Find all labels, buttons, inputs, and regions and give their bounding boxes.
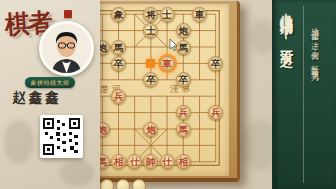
piece-black-h0[interactable]: 車 (192, 7, 207, 22)
headline-text: 最凶悍的先手布局——没有之一 (277, 5, 295, 187)
caption-panel: 最凶悍的先手布局——没有之一 精讲车9进1变例，红方最新飞刀 (272, 0, 336, 189)
video-thumbnail: 楚 河 漢 界 車象将士車士炮炮馬馬卒卒車卒卒卒兵兵兵兵炮炮馬車馬相仕帥仕相 棋… (0, 0, 336, 189)
panel-texture (60, 160, 94, 186)
qr-code (40, 115, 83, 158)
presenter-avatar (39, 21, 94, 76)
tray-piece-disc (116, 179, 130, 189)
piece-red-g9[interactable]: 相 (176, 154, 191, 169)
piece-red-g7[interactable]: 馬 (176, 122, 191, 137)
tray-piece-disc (100, 179, 114, 189)
logo-seal-icon (64, 10, 72, 18)
piece-black-g2[interactable]: 馬 (176, 40, 191, 55)
piece-black-c0[interactable]: 象 (111, 7, 126, 22)
caption-divider (303, 6, 304, 183)
tray-piece-disc (132, 179, 146, 189)
title-badge: 象棋特级大师 (25, 77, 75, 88)
piece-red-g6[interactable]: 兵 (176, 105, 191, 120)
piece-red-e7[interactable]: 炮 (143, 122, 158, 137)
piece-black-f0[interactable]: 士 (160, 7, 175, 22)
piece-red-f3[interactable]: 車 (160, 56, 175, 71)
panel-texture (4, 120, 34, 164)
piece-black-g1[interactable]: 炮 (176, 23, 191, 38)
mouse-cursor (169, 39, 178, 51)
subline-text: 精讲车9进1变例，红方最新飞刀 (308, 22, 319, 184)
piece-black-i3[interactable]: 卒 (208, 56, 223, 71)
piece-red-f9[interactable]: 仕 (160, 154, 175, 169)
piece-black-c3[interactable]: 卒 (111, 56, 126, 71)
presenter-panel: 棋者 象棋特级大师 赵鑫鑫 (0, 0, 100, 189)
piece-black-g4[interactable]: 卒 (176, 72, 191, 87)
piece-black-c2[interactable]: 馬 (111, 40, 126, 55)
presenter-name: 赵鑫鑫 (4, 89, 70, 106)
piece-black-e0[interactable]: 将 (143, 7, 158, 22)
last-move-origin-marker (146, 59, 155, 68)
piece-red-c5[interactable]: 兵 (111, 89, 126, 104)
